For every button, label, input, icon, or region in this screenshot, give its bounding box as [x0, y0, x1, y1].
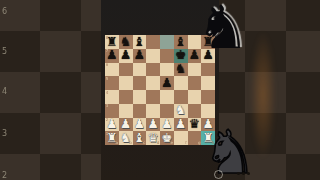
square-b1[interactable]: ♞b [119, 131, 133, 145]
board-file-coord: f [185, 141, 186, 145]
square-c7[interactable]: ♟ [133, 49, 147, 63]
square-c1[interactable]: ♝c [133, 131, 147, 145]
square-b6[interactable] [119, 63, 133, 77]
square-h6[interactable] [201, 63, 215, 77]
square-c4[interactable] [133, 90, 147, 104]
square-f1[interactable]: f [174, 131, 188, 145]
white-pawn[interactable]: ♟ [134, 118, 145, 131]
square-c5[interactable] [133, 76, 147, 90]
bg-square [40, 0, 81, 31]
square-a7[interactable]: ♟7 [105, 49, 119, 63]
board-rank-coord: 4 [106, 91, 109, 95]
square-a4[interactable]: 4 [105, 90, 119, 104]
board-rank-coord: 3 [106, 104, 109, 108]
square-a1[interactable]: ♜1a [105, 131, 119, 145]
black-knight-icon: ♞ [196, 0, 250, 57]
square-e5[interactable]: ♟ [160, 76, 174, 90]
square-d7[interactable] [146, 49, 160, 63]
bg-square [286, 0, 320, 31]
bg-rank-label: 2 [2, 171, 7, 180]
bg-rank-label: 3 [2, 129, 7, 138]
board-rank-coord: 1 [106, 132, 109, 136]
black-queen[interactable]: ♛ [189, 118, 200, 131]
bg-square [40, 31, 81, 72]
square-e4[interactable] [160, 90, 174, 104]
square-g5[interactable] [188, 76, 202, 90]
board-file-coord: d [157, 141, 160, 145]
board-file-coord: g [198, 141, 201, 145]
square-f2[interactable]: ♟ [174, 118, 188, 132]
bg-rank-label: 4 [2, 87, 7, 96]
black-pawn[interactable]: ♟ [120, 49, 131, 62]
black-pawn[interactable]: ♟ [161, 77, 172, 90]
white-pawn[interactable]: ♟ [175, 118, 186, 131]
black-bishop[interactable]: ♝ [134, 36, 145, 49]
square-d6[interactable] [146, 63, 160, 77]
square-b7[interactable]: ♟ [119, 49, 133, 63]
bg-square [40, 72, 81, 113]
board-rank-coord: 5 [106, 77, 109, 81]
white-pawn[interactable]: ♟ [120, 118, 131, 131]
bg-square [286, 31, 320, 72]
bg-square [245, 0, 286, 31]
square-f5[interactable] [174, 76, 188, 90]
square-a5[interactable]: 5 [105, 76, 119, 90]
square-e1[interactable]: ♚e [160, 131, 174, 145]
square-e8[interactable] [160, 35, 174, 49]
circle-decoration [214, 170, 223, 179]
square-g4[interactable] [188, 90, 202, 104]
black-knight[interactable]: ♞ [175, 63, 186, 76]
board-file-coord: b [129, 141, 132, 145]
square-h5[interactable] [201, 76, 215, 90]
bg-square [40, 154, 81, 180]
square-b5[interactable] [119, 76, 133, 90]
square-h4[interactable] [201, 90, 215, 104]
bg-square [40, 113, 81, 154]
dots-decoration [237, 172, 250, 175]
square-f6[interactable]: ♞ [174, 63, 188, 77]
square-g2[interactable]: ♛ [188, 118, 202, 132]
square-d4[interactable] [146, 90, 160, 104]
black-knight[interactable]: ♞ [120, 36, 131, 49]
bg-rank-label: 6 [2, 7, 7, 16]
square-g6[interactable] [188, 63, 202, 77]
square-d8[interactable] [146, 35, 160, 49]
square-d5[interactable] [146, 76, 160, 90]
board-file-coord: c [143, 141, 145, 145]
bg-square [286, 113, 320, 154]
square-g1[interactable]: g [188, 131, 202, 145]
black-king[interactable]: ♚ [175, 49, 186, 62]
square-e7[interactable] [160, 49, 174, 63]
board-rank-coord: 2 [106, 118, 109, 122]
board-rank-coord: 7 [106, 49, 109, 53]
board-file-coord: a [116, 141, 118, 145]
square-c6[interactable] [133, 63, 147, 77]
bg-square [286, 154, 320, 180]
square-a6[interactable]: 6 [105, 63, 119, 77]
bg-square [286, 72, 320, 113]
square-d1[interactable]: ♛d [146, 131, 160, 145]
white-pawn[interactable]: ♟ [161, 118, 172, 131]
square-b4[interactable] [119, 90, 133, 104]
white-pawn[interactable]: ♟ [148, 118, 159, 131]
white-knight[interactable]: ♞ [175, 104, 186, 117]
board-rank-coord: 6 [106, 63, 109, 67]
black-bishop[interactable]: ♝ [175, 36, 186, 49]
board-rank-coord: 8 [106, 36, 109, 40]
board-file-coord: e [170, 141, 172, 145]
black-pawn[interactable]: ♟ [134, 49, 145, 62]
bg-rank-label: 5 [2, 47, 7, 56]
